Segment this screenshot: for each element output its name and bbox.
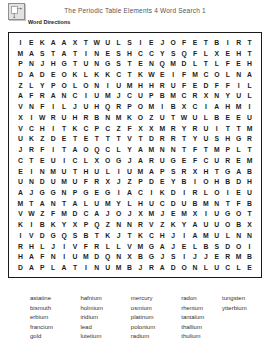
grid-cell[interactable]: O xyxy=(59,80,70,91)
grid-cell[interactable]: L xyxy=(244,80,255,91)
grid-cell[interactable]: I xyxy=(200,101,211,112)
grid-cell[interactable]: N xyxy=(211,198,222,209)
grid-cell[interactable]: T xyxy=(244,209,255,220)
grid-cell[interactable]: J xyxy=(37,58,48,69)
grid-cell[interactable]: V xyxy=(124,134,135,145)
grid-cell[interactable]: E xyxy=(135,58,146,69)
grid-cell[interactable]: G xyxy=(59,58,70,69)
grid-cell[interactable]: Y xyxy=(179,219,190,230)
grid-cell[interactable]: P xyxy=(135,176,146,187)
grid-cell[interactable]: U xyxy=(244,112,255,123)
grid-cell[interactable]: I xyxy=(48,101,59,112)
grid-cell[interactable]: J xyxy=(190,252,201,263)
grid-cell[interactable]: U xyxy=(48,155,59,166)
grid-cell[interactable]: L xyxy=(70,80,81,91)
grid-cell[interactable]: F xyxy=(190,155,201,166)
grid-cell[interactable]: N xyxy=(233,230,244,241)
grid-cell[interactable]: T xyxy=(211,166,222,177)
grid-cell[interactable]: T xyxy=(222,198,233,209)
grid-cell[interactable]: T xyxy=(80,37,91,48)
grid-cell[interactable]: T xyxy=(91,134,102,145)
grid-cell[interactable]: I xyxy=(222,37,233,48)
grid-cell[interactable]: F xyxy=(179,69,190,80)
grid-cell[interactable]: M xyxy=(233,101,244,112)
grid-cell[interactable]: E xyxy=(211,252,222,263)
grid-cell[interactable]: V xyxy=(15,123,26,134)
grid-cell[interactable]: U xyxy=(15,134,26,145)
grid-cell[interactable]: L xyxy=(113,144,124,155)
grid-cell[interactable]: M xyxy=(48,166,59,177)
grid-cell[interactable]: A xyxy=(26,262,37,273)
grid-cell[interactable]: X xyxy=(211,48,222,59)
grid-cell[interactable]: O xyxy=(233,209,244,220)
grid-cell[interactable]: Q xyxy=(91,219,102,230)
grid-cell[interactable]: N xyxy=(91,80,102,91)
grid-cell[interactable]: C xyxy=(146,48,157,59)
grid-cell[interactable]: I xyxy=(15,37,26,48)
grid-cell[interactable]: M xyxy=(80,252,91,263)
grid-cell[interactable]: N xyxy=(102,112,113,123)
grid-cell[interactable]: I xyxy=(179,252,190,263)
grid-cell[interactable]: A xyxy=(48,91,59,102)
grid-cell[interactable]: X xyxy=(15,112,26,123)
grid-cell[interactable]: A xyxy=(37,198,48,209)
grid-cell[interactable]: G xyxy=(37,187,48,198)
grid-cell[interactable]: D xyxy=(222,241,233,252)
grid-cell[interactable]: N xyxy=(48,198,59,209)
grid-cell[interactable]: A xyxy=(244,69,255,80)
grid-cell[interactable]: B xyxy=(211,112,222,123)
grid-cell[interactable]: N xyxy=(124,219,135,230)
grid-cell[interactable]: A xyxy=(59,262,70,273)
grid-cell[interactable]: O xyxy=(179,262,190,273)
grid-cell[interactable]: N xyxy=(113,219,124,230)
grid-cell[interactable]: O xyxy=(80,144,91,155)
grid-cell[interactable]: I xyxy=(233,80,244,91)
grid-cell[interactable]: I xyxy=(113,166,124,177)
grid-cell[interactable]: C xyxy=(70,91,81,102)
grid-cell[interactable]: E xyxy=(190,37,201,48)
grid-cell[interactable]: A xyxy=(190,230,201,241)
grid-cell[interactable]: L xyxy=(233,144,244,155)
grid-cell[interactable]: J xyxy=(113,91,124,102)
grid-cell[interactable]: R xyxy=(157,134,168,145)
grid-cell[interactable]: L xyxy=(211,58,222,69)
grid-cell[interactable]: A xyxy=(59,37,70,48)
grid-cell[interactable]: M xyxy=(179,209,190,220)
grid-cell[interactable]: H xyxy=(15,252,26,263)
grid-cell[interactable]: I xyxy=(80,262,91,273)
grid-cell[interactable]: K xyxy=(102,69,113,80)
grid-cell[interactable]: E xyxy=(233,112,244,123)
grid-cell[interactable]: G xyxy=(80,187,91,198)
grid-cell[interactable]: A xyxy=(48,37,59,48)
grid-cell[interactable]: X xyxy=(135,209,146,220)
grid-cell[interactable]: N xyxy=(26,58,37,69)
grid-cell[interactable]: E xyxy=(91,187,102,198)
grid-cell[interactable]: A xyxy=(233,166,244,177)
grid-cell[interactable]: I xyxy=(48,123,59,134)
grid-cell[interactable]: I xyxy=(244,101,255,112)
grid-cell[interactable]: Z xyxy=(157,219,168,230)
grid-cell[interactable]: C xyxy=(15,155,26,166)
grid-cell[interactable]: Z xyxy=(37,134,48,145)
grid-cell[interactable]: S xyxy=(168,166,179,177)
grid-cell[interactable]: U xyxy=(179,198,190,209)
grid-cell[interactable]: O xyxy=(59,69,70,80)
grid-cell[interactable]: Z xyxy=(102,219,113,230)
grid-cell[interactable]: U xyxy=(15,176,26,187)
grid-cell[interactable]: U xyxy=(211,209,222,220)
grid-cell[interactable]: E xyxy=(179,155,190,166)
grid-cell[interactable]: N xyxy=(211,91,222,102)
grid-cell[interactable]: D xyxy=(200,80,211,91)
grid-cell[interactable]: C xyxy=(102,123,113,134)
grid-cell[interactable]: T xyxy=(135,134,146,145)
grid-cell[interactable]: V xyxy=(26,230,37,241)
grid-cell[interactable]: L xyxy=(200,262,211,273)
grid-cell[interactable]: E xyxy=(222,48,233,59)
grid-cell[interactable]: T xyxy=(113,134,124,145)
grid-cell[interactable]: H xyxy=(200,166,211,177)
grid-cell[interactable]: U xyxy=(135,91,146,102)
grid-cell[interactable]: S xyxy=(113,48,124,59)
grid-cell[interactable]: T xyxy=(102,134,113,145)
grid-cell[interactable]: M xyxy=(113,112,124,123)
grid-cell[interactable]: J xyxy=(157,37,168,48)
grid-cell[interactable]: Y xyxy=(179,123,190,134)
grid-cell[interactable]: V xyxy=(70,241,81,252)
grid-cell[interactable]: D xyxy=(48,134,59,145)
grid-cell[interactable]: H xyxy=(244,176,255,187)
grid-cell[interactable]: B xyxy=(244,252,255,263)
grid-cell[interactable]: G xyxy=(48,187,59,198)
grid-cell[interactable]: O xyxy=(200,176,211,187)
grid-cell[interactable]: W xyxy=(37,112,48,123)
grid-cell[interactable]: Z xyxy=(113,123,124,134)
grid-cell[interactable]: M xyxy=(146,101,157,112)
grid-cell[interactable]: S xyxy=(168,252,179,263)
grid-cell[interactable]: A xyxy=(211,101,222,112)
grid-cell[interactable]: O xyxy=(211,69,222,80)
grid-cell[interactable]: K xyxy=(135,69,146,80)
grid-cell[interactable]: B xyxy=(211,37,222,48)
grid-cell[interactable]: L xyxy=(59,101,70,112)
grid-cell[interactable]: F xyxy=(190,144,201,155)
grid-cell[interactable]: J xyxy=(135,262,146,273)
grid-cell[interactable]: U xyxy=(70,252,81,263)
grid-cell[interactable]: T xyxy=(59,198,70,209)
grid-cell[interactable]: C xyxy=(113,69,124,80)
grid-cell[interactable]: I xyxy=(59,241,70,252)
grid-cell[interactable]: P xyxy=(15,58,26,69)
grid-cell[interactable]: R xyxy=(222,155,233,166)
grid-cell[interactable]: J xyxy=(124,155,135,166)
grid-cell[interactable]: H xyxy=(135,198,146,209)
grid-cell[interactable]: C xyxy=(200,155,211,166)
grid-cell[interactable]: R xyxy=(168,134,179,145)
grid-cell[interactable]: O xyxy=(102,155,113,166)
grid-cell[interactable]: C xyxy=(70,155,81,166)
grid-cell[interactable]: J xyxy=(168,230,179,241)
grid-cell[interactable]: E xyxy=(146,37,157,48)
grid-cell[interactable]: N xyxy=(91,48,102,59)
grid-cell[interactable]: L xyxy=(26,80,37,91)
grid-cell[interactable]: I xyxy=(26,219,37,230)
grid-cell[interactable]: E xyxy=(190,80,201,91)
grid-cell[interactable]: I xyxy=(200,209,211,220)
grid-cell[interactable]: S xyxy=(211,134,222,145)
grid-cell[interactable]: X xyxy=(91,155,102,166)
grid-cell[interactable]: I xyxy=(80,91,91,102)
grid-cell[interactable]: N xyxy=(91,262,102,273)
grid-cell[interactable]: D xyxy=(146,176,157,187)
grid-cell[interactable]: E xyxy=(222,112,233,123)
grid-cell[interactable]: J xyxy=(15,144,26,155)
grid-cell[interactable]: L xyxy=(233,262,244,273)
grid-cell[interactable]: Q xyxy=(179,48,190,59)
grid-cell[interactable]: U xyxy=(102,262,113,273)
grid-cell[interactable]: U xyxy=(124,166,135,177)
grid-cell[interactable]: L xyxy=(190,241,201,252)
grid-cell[interactable]: L xyxy=(113,241,124,252)
grid-cell[interactable]: P xyxy=(70,187,81,198)
grid-cell[interactable]: B xyxy=(37,219,48,230)
grid-cell[interactable]: T xyxy=(48,48,59,59)
grid-cell[interactable]: M xyxy=(157,123,168,134)
grid-cell[interactable]: X xyxy=(70,219,81,230)
grid-cell[interactable]: T xyxy=(70,134,81,145)
grid-cell[interactable]: R xyxy=(222,252,233,263)
grid-cell[interactable]: M xyxy=(244,123,255,134)
grid-cell[interactable]: X xyxy=(190,166,201,177)
grid-cell[interactable]: B xyxy=(179,176,190,187)
grid-cell[interactable]: F xyxy=(37,101,48,112)
grid-cell[interactable]: Y xyxy=(37,80,48,91)
grid-cell[interactable]: F xyxy=(48,209,59,220)
grid-cell[interactable]: E xyxy=(179,241,190,252)
grid-cell[interactable]: P xyxy=(124,101,135,112)
grid-cell[interactable]: T xyxy=(26,198,37,209)
grid-cell[interactable]: C xyxy=(135,187,146,198)
grid-cell[interactable]: F xyxy=(233,198,244,209)
grid-cell[interactable]: H xyxy=(135,80,146,91)
grid-cell[interactable]: L xyxy=(200,48,211,59)
grid-cell[interactable]: M xyxy=(113,262,124,273)
grid-cell[interactable]: C xyxy=(26,123,37,134)
grid-cell[interactable]: B xyxy=(157,91,168,102)
grid-cell[interactable]: F xyxy=(80,176,91,187)
grid-cell[interactable]: S xyxy=(70,230,81,241)
grid-cell[interactable]: I xyxy=(179,187,190,198)
grid-cell[interactable]: K xyxy=(70,69,81,80)
grid-cell[interactable]: B xyxy=(124,262,135,273)
grid-cell[interactable]: W xyxy=(179,112,190,123)
grid-cell[interactable]: F xyxy=(190,48,201,59)
grid-cell[interactable]: K xyxy=(124,112,135,123)
grid-cell[interactable]: T xyxy=(222,123,233,134)
grid-cell[interactable]: Z xyxy=(146,112,157,123)
grid-cell[interactable]: R xyxy=(146,262,157,273)
grid-cell[interactable]: D xyxy=(15,69,26,80)
grid-cell[interactable]: H xyxy=(244,58,255,69)
grid-cell[interactable]: E xyxy=(157,176,168,187)
grid-cell[interactable]: M xyxy=(135,241,146,252)
grid-cell[interactable]: I xyxy=(190,176,201,187)
grid-cell[interactable]: Y xyxy=(124,144,135,155)
grid-cell[interactable]: Y xyxy=(190,134,201,145)
grid-cell[interactable]: S xyxy=(113,58,124,69)
grid-cell[interactable]: N xyxy=(146,58,157,69)
grid-cell[interactable]: G xyxy=(48,230,59,241)
grid-cell[interactable]: J xyxy=(168,241,179,252)
grid-cell[interactable]: C xyxy=(157,198,168,209)
grid-cell[interactable]: L xyxy=(200,187,211,198)
grid-cell[interactable]: N xyxy=(233,69,244,80)
grid-cell[interactable]: I xyxy=(48,144,59,155)
grid-cell[interactable]: S xyxy=(37,48,48,59)
grid-cell[interactable]: U xyxy=(211,262,222,273)
grid-cell[interactable]: A xyxy=(70,144,81,155)
grid-cell[interactable]: I xyxy=(222,187,233,198)
grid-cell[interactable]: K xyxy=(168,219,179,230)
grid-cell[interactable]: D xyxy=(91,252,102,263)
grid-cell[interactable]: R xyxy=(190,91,201,102)
grid-cell[interactable]: O xyxy=(211,187,222,198)
grid-cell[interactable]: Z xyxy=(37,209,48,220)
grid-cell[interactable]: P xyxy=(157,166,168,177)
grid-cell[interactable]: K xyxy=(37,37,48,48)
grid-cell[interactable]: E xyxy=(102,48,113,59)
grid-cell[interactable]: M xyxy=(168,91,179,102)
grid-cell[interactable]: B xyxy=(168,101,179,112)
grid-cell[interactable]: V xyxy=(146,219,157,230)
grid-cell[interactable]: A xyxy=(135,155,146,166)
grid-cell[interactable]: Y xyxy=(222,91,233,102)
grid-cell[interactable]: T xyxy=(91,230,102,241)
grid-cell[interactable]: X xyxy=(124,252,135,263)
grid-cell[interactable]: C xyxy=(146,230,157,241)
grid-cell[interactable]: U xyxy=(244,187,255,198)
grid-cell[interactable]: D xyxy=(233,176,244,187)
grid-cell[interactable]: T xyxy=(168,112,179,123)
grid-cell[interactable]: C xyxy=(200,69,211,80)
grid-cell[interactable]: V xyxy=(15,101,26,112)
grid-cell[interactable]: O xyxy=(222,219,233,230)
grid-cell[interactable]: L xyxy=(37,241,48,252)
grid-cell[interactable]: Q xyxy=(157,58,168,69)
grid-cell[interactable]: M xyxy=(102,198,113,209)
grid-cell[interactable]: F xyxy=(222,80,233,91)
grid-cell[interactable]: X xyxy=(135,123,146,134)
grid-cell[interactable]: A xyxy=(135,144,146,155)
grid-cell[interactable]: H xyxy=(211,176,222,187)
grid-cell[interactable]: V xyxy=(15,209,26,220)
grid-cell[interactable]: I xyxy=(146,187,157,198)
grid-cell[interactable]: T xyxy=(70,166,81,177)
grid-cell[interactable]: N xyxy=(26,176,37,187)
grid-cell[interactable]: X xyxy=(102,176,113,187)
grid-cell[interactable]: T xyxy=(200,58,211,69)
grid-cell[interactable]: F xyxy=(124,123,135,134)
grid-cell[interactable]: G xyxy=(102,58,113,69)
grid-cell[interactable]: D xyxy=(15,262,26,273)
grid-cell[interactable]: J xyxy=(157,209,168,220)
grid-cell[interactable]: K xyxy=(102,230,113,241)
grid-cell[interactable]: U xyxy=(59,166,70,177)
grid-cell[interactable]: M xyxy=(15,198,26,209)
grid-cell[interactable]: R xyxy=(190,123,201,134)
grid-cell[interactable]: O xyxy=(135,112,146,123)
grid-cell[interactable]: D xyxy=(146,134,157,145)
grid-cell[interactable]: K xyxy=(26,134,37,145)
grid-cell[interactable]: J xyxy=(70,101,81,112)
grid-cell[interactable]: T xyxy=(179,134,190,145)
grid-cell[interactable]: D xyxy=(37,69,48,80)
grid-cell[interactable]: R xyxy=(135,219,146,230)
grid-cell[interactable]: E xyxy=(157,69,168,80)
grid-cell[interactable]: H xyxy=(222,134,233,145)
grid-cell[interactable]: P xyxy=(91,123,102,134)
grid-cell[interactable]: P xyxy=(37,262,48,273)
grid-cell[interactable]: M xyxy=(200,198,211,209)
grid-cell[interactable]: R xyxy=(233,37,244,48)
grid-cell[interactable]: M xyxy=(59,209,70,220)
grid-cell[interactable]: L xyxy=(244,91,255,102)
grid-cell[interactable]: Y xyxy=(113,198,124,209)
grid-cell[interactable]: L xyxy=(113,37,124,48)
grid-cell[interactable]: L xyxy=(80,155,91,166)
grid-cell[interactable]: L xyxy=(190,58,201,69)
grid-cell[interactable]: M xyxy=(244,155,255,166)
grid-cell[interactable]: U xyxy=(168,80,179,91)
grid-cell[interactable]: W xyxy=(146,69,157,80)
grid-cell[interactable]: M xyxy=(124,80,135,91)
grid-cell[interactable]: B xyxy=(80,230,91,241)
grid-cell[interactable]: G xyxy=(168,155,179,166)
grid-cell[interactable]: J xyxy=(124,209,135,220)
grid-cell[interactable]: L xyxy=(222,69,233,80)
grid-cell[interactable]: G xyxy=(102,187,113,198)
grid-cell[interactable]: H xyxy=(48,58,59,69)
grid-cell[interactable]: K xyxy=(135,230,146,241)
grid-cell[interactable]: N xyxy=(113,252,124,263)
grid-cell[interactable]: M xyxy=(146,209,157,220)
grid-cell[interactable]: P xyxy=(48,80,59,91)
grid-cell[interactable]: R xyxy=(244,134,255,145)
grid-cell[interactable]: M xyxy=(211,144,222,155)
grid-cell[interactable]: R xyxy=(190,187,201,198)
grid-cell[interactable]: A xyxy=(26,252,37,263)
grid-cell[interactable]: H xyxy=(80,166,91,177)
grid-cell[interactable]: M xyxy=(146,144,157,155)
grid-cell[interactable]: Y xyxy=(59,219,70,230)
grid-cell[interactable]: C xyxy=(102,144,113,155)
grid-cell[interactable]: P xyxy=(146,91,157,102)
grid-cell[interactable]: A xyxy=(15,91,26,102)
grid-cell[interactable]: D xyxy=(70,209,81,220)
grid-cell[interactable]: B xyxy=(200,241,211,252)
grid-cell[interactable]: B xyxy=(135,252,146,263)
grid-cell[interactable]: I xyxy=(102,80,113,91)
grid-cell[interactable]: Z xyxy=(124,176,135,187)
grid-cell[interactable]: H xyxy=(124,48,135,59)
grid-cell[interactable]: H xyxy=(37,123,48,134)
grid-cell[interactable]: R xyxy=(15,241,26,252)
grid-cell[interactable]: A xyxy=(157,262,168,273)
grid-cell[interactable]: A xyxy=(146,166,157,177)
grid-cell[interactable]: U xyxy=(91,91,102,102)
